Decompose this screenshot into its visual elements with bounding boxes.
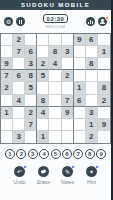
sudoku-cell-r5c4[interactable] [37,82,49,94]
numpad-button-5[interactable]: 5 [51,149,61,159]
sudoku-cell-r1c7[interactable]: 9 [74,34,86,46]
sudoku-app: SUDOKU MOBILE ⚙ 02:30 MEDIUM [0,0,113,200]
sudoku-cell-r6c5[interactable] [49,95,61,107]
difficulty-label: MEDIUM [46,24,66,29]
sudoku-cell-r5c9[interactable]: 8 [98,82,110,94]
sudoku-cell-r1c6[interactable] [62,34,74,46]
sudoku-cell-r2c7[interactable] [74,46,86,58]
numpad-button-4[interactable]: 4 [39,149,49,159]
numpad-button-2[interactable]: 2 [16,149,26,159]
sudoku-cell-r4c3[interactable]: 8 [25,70,37,82]
sudoku-cell-r4c5[interactable] [49,70,61,82]
sudoku-cell-r9c8[interactable]: 2 [86,131,98,143]
sudoku-cell-r6c6[interactable]: 7 [62,95,74,107]
sudoku-cell-r9c9[interactable] [98,131,110,143]
pause-icon [19,20,23,24]
sudoku-cell-r7c7[interactable] [74,107,86,119]
sudoku-cell-r2c6[interactable]: 3 [62,46,74,58]
sudoku-cell-r6c8[interactable] [86,95,98,107]
sudoku-cell-r9c2[interactable]: 3 [13,131,25,143]
sudoku-cell-r7c9[interactable] [98,107,110,119]
sudoku-cell-r3c5[interactable]: 4 [49,58,61,70]
sudoku-cell-r8c3[interactable]: 7 [25,119,37,131]
stats-button[interactable] [86,17,95,26]
sudoku-cell-r5c8[interactable] [86,82,98,94]
pause-button[interactable] [16,17,25,26]
sudoku-cell-r1c2[interactable]: 2 [13,34,25,46]
hint-badge [95,165,99,169]
erase-button[interactable]: Erase [33,166,54,185]
sudoku-cell-r4c2[interactable]: 6 [13,70,25,82]
erase-label: Erase [37,179,50,185]
app-title: SUDOKU MOBILE [0,0,111,10]
pencil-icon: ✎ [65,169,70,175]
sudoku-cell-r8c6[interactable] [62,119,74,131]
sudoku-cell-r5c3[interactable]: 5 [25,82,37,94]
sudoku-cell-r6c1[interactable] [1,95,13,107]
sudoku-cell-r7c6[interactable]: 9 [62,107,74,119]
sudoku-cell-r8c5[interactable] [49,119,61,131]
sudoku-cell-r8c8[interactable]: 1 [86,119,98,131]
settings-button[interactable]: ⚙ [4,17,13,26]
sudoku-cell-r6c7[interactable]: 6 [74,95,86,107]
sudoku-cell-r9c4[interactable]: 1 [37,131,49,143]
undo-button[interactable]: ↶ Undo [9,166,30,185]
notes-label: Notes [61,179,74,185]
sudoku-cell-r3c3[interactable]: 3 [25,58,37,70]
sudoku-cell-r7c3[interactable]: 2 [25,107,37,119]
sudoku-cell-r3c7[interactable] [74,58,86,70]
sudoku-cell-r1c3[interactable] [25,34,37,46]
sudoku-cell-r3c4[interactable]: 2 [37,58,49,70]
stats-icon [88,19,93,24]
sudoku-cell-r2c8[interactable] [86,46,98,58]
sudoku-cell-r5c6[interactable] [62,82,74,94]
numpad-button-7[interactable]: 7 [73,149,83,159]
sudoku-cell-r1c8[interactable]: 6 [86,34,98,46]
numpad-button-9[interactable]: 9 [96,149,106,159]
sudoku-cell-r4c1[interactable]: 7 [1,70,13,82]
sudoku-cell-r9c1[interactable] [1,131,13,143]
sudoku-cell-r6c9[interactable]: 2 [98,95,110,107]
profile-icon [100,19,105,25]
sudoku-cell-r2c1[interactable] [1,46,13,58]
sudoku-board: 29676831932487685225184876212493719312 [0,33,111,144]
sudoku-cell-r7c8[interactable]: 3 [86,107,98,119]
sudoku-cell-r2c5[interactable]: 8 [49,46,61,58]
sudoku-cell-r5c5[interactable] [49,82,61,94]
sudoku-cell-r7c5[interactable] [49,107,61,119]
sudoku-cell-r8c2[interactable] [13,119,25,131]
numpad-button-6[interactable]: 6 [62,149,72,159]
sudoku-cell-r6c2[interactable]: 4 [13,95,25,107]
sudoku-cell-r3c1[interactable]: 9 [1,58,13,70]
sudoku-cell-r9c7[interactable] [74,131,86,143]
sudoku-cell-r4c8[interactable] [86,70,98,82]
notes-button[interactable]: ✎ Notes [57,166,78,185]
numpad-button-1[interactable]: 1 [5,149,15,159]
sudoku-cell-r2c4[interactable] [37,46,49,58]
sudoku-cell-r8c7[interactable] [74,119,86,131]
sudoku-cell-r8c4[interactable] [37,119,49,131]
undo-arrow-icon: ↶ [17,169,22,175]
sudoku-cell-r9c3[interactable] [25,131,37,143]
timer-value: 02:30 [43,14,69,23]
notes-badge [71,165,75,169]
sudoku-cell-r4c4[interactable]: 5 [37,70,49,82]
sudoku-cell-r6c3[interactable] [25,95,37,107]
sudoku-cell-r5c2[interactable] [13,82,25,94]
sudoku-cell-r7c1[interactable]: 1 [1,107,13,119]
sudoku-cell-r7c2[interactable] [13,107,25,119]
sudoku-cell-r1c5[interactable] [49,34,61,46]
undo-badge [23,165,27,169]
undo-label: Undo [14,179,26,185]
sudoku-cell-r3c8[interactable]: 8 [86,58,98,70]
sudoku-cell-r9c6[interactable] [62,131,74,143]
bottom-toolbar: ↶ Undo Erase ✎ Notes ✦ Hint [0,166,111,185]
sudoku-cell-r2c9[interactable]: 1 [98,46,110,58]
sudoku-cell-r8c1[interactable] [1,119,13,131]
sudoku-cell-r4c9[interactable] [98,70,110,82]
sudoku-cell-r2c2[interactable]: 7 [13,46,25,58]
sudoku-cell-r1c4[interactable] [37,34,49,46]
sudoku-cell-r5c1[interactable]: 2 [1,82,13,94]
number-pad: 123456789 [0,149,111,159]
hint-button[interactable]: ✦ Hint [81,166,102,185]
sudoku-cell-r3c2[interactable] [13,58,25,70]
sudoku-cell-r4c6[interactable]: 2 [62,70,74,82]
sudoku-cell-r3c9[interactable] [98,58,110,70]
sudoku-cell-r6c4[interactable]: 8 [37,95,49,107]
eraser-icon [41,169,47,174]
numpad-button-3[interactable]: 3 [28,149,38,159]
profile-button[interactable] [98,17,107,26]
sudoku-cell-r9c5[interactable] [49,131,61,143]
sudoku-cell-r1c1[interactable] [1,34,13,46]
sudoku-cell-r8c9[interactable]: 9 [98,119,110,131]
gear-icon: ⚙ [6,19,11,25]
sudoku-cell-r5c7[interactable]: 1 [74,82,86,94]
timer-block: 02:30 MEDIUM [43,14,69,29]
sudoku-cell-r3c6[interactable] [62,58,74,70]
numpad-button-8[interactable]: 8 [85,149,95,159]
lightbulb-icon: ✦ [89,169,94,175]
hint-label: Hint [87,179,96,185]
sudoku-cell-r7c4[interactable]: 4 [37,107,49,119]
top-toolbar: ⚙ 02:30 MEDIUM [0,10,111,33]
sudoku-cell-r4c7[interactable] [74,70,86,82]
notification-badge [105,16,109,20]
sudoku-cell-r2c3[interactable]: 6 [25,46,37,58]
sudoku-cell-r1c9[interactable] [98,34,110,46]
